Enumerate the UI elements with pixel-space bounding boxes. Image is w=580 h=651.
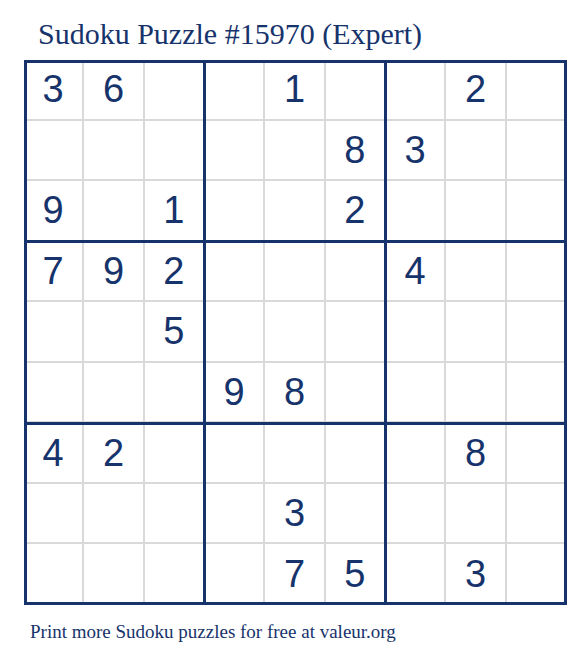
cell-r6c2 <box>84 363 144 424</box>
cell-r6c7 <box>386 363 446 424</box>
cell-r7c6 <box>326 423 386 484</box>
cell-r5c8 <box>446 302 506 363</box>
cell-r9c5: 7 <box>265 544 325 605</box>
cell-r2c2 <box>84 121 144 182</box>
cell-r5c1 <box>24 302 84 363</box>
cell-r3c6: 2 <box>326 181 386 242</box>
cell-r8c8 <box>446 484 506 545</box>
cell-r3c3: 1 <box>145 181 205 242</box>
cell-r7c8: 8 <box>446 423 506 484</box>
cell-r2c3 <box>145 121 205 182</box>
cell-r1c6 <box>326 60 386 121</box>
cell-r4c7: 4 <box>386 242 446 303</box>
cell-r7c9 <box>507 423 567 484</box>
cell-r9c6: 5 <box>326 544 386 605</box>
cell-r6c3 <box>145 363 205 424</box>
cell-r3c7 <box>386 181 446 242</box>
cell-r2c6: 8 <box>326 121 386 182</box>
cell-r1c9 <box>507 60 567 121</box>
cell-r3c4 <box>205 181 265 242</box>
cell-r6c5: 8 <box>265 363 325 424</box>
cell-r8c3 <box>145 484 205 545</box>
block-border-hline-0 <box>24 60 567 63</box>
cell-r9c2 <box>84 544 144 605</box>
cell-r4c2: 9 <box>84 242 144 303</box>
cell-r9c1 <box>24 544 84 605</box>
cell-r6c4: 9 <box>205 363 265 424</box>
block-border-hline-3 <box>24 602 567 605</box>
cell-r2c9 <box>507 121 567 182</box>
cell-r3c8 <box>446 181 506 242</box>
cell-r4c4 <box>205 242 265 303</box>
cell-r2c1 <box>24 121 84 182</box>
cell-r5c5 <box>265 302 325 363</box>
cell-r4c9 <box>507 242 567 303</box>
cell-r5c6 <box>326 302 386 363</box>
cell-r6c9 <box>507 363 567 424</box>
cell-r8c6 <box>326 484 386 545</box>
cell-r3c2 <box>84 181 144 242</box>
cell-r2c4 <box>205 121 265 182</box>
cell-r5c4 <box>205 302 265 363</box>
cell-r9c8: 3 <box>446 544 506 605</box>
footer-credit: Print more Sudoku puzzles for free at va… <box>30 620 396 643</box>
cell-r3c5 <box>265 181 325 242</box>
cell-r1c5: 1 <box>265 60 325 121</box>
cell-r6c6 <box>326 363 386 424</box>
sudoku-board: 36128391279245984283753 <box>24 60 567 605</box>
cell-r8c9 <box>507 484 567 545</box>
cell-r7c4 <box>205 423 265 484</box>
cell-r8c7 <box>386 484 446 545</box>
cell-r5c7 <box>386 302 446 363</box>
block-border-vline-1 <box>203 60 206 605</box>
cell-r9c4 <box>205 544 265 605</box>
cell-r8c2 <box>84 484 144 545</box>
cell-r4c1: 7 <box>24 242 84 303</box>
page-title: Sudoku Puzzle #15970 (Expert) <box>38 17 422 51</box>
cell-r3c1: 9 <box>24 181 84 242</box>
cell-r2c5 <box>265 121 325 182</box>
cell-r5c3: 5 <box>145 302 205 363</box>
cell-r2c8 <box>446 121 506 182</box>
cell-r7c5 <box>265 423 325 484</box>
cell-r8c1 <box>24 484 84 545</box>
cell-r1c4 <box>205 60 265 121</box>
cell-r9c3 <box>145 544 205 605</box>
cell-r7c3 <box>145 423 205 484</box>
cell-r8c5: 3 <box>265 484 325 545</box>
cell-r8c4 <box>205 484 265 545</box>
cell-r2c7: 3 <box>386 121 446 182</box>
cell-r4c6 <box>326 242 386 303</box>
cell-r6c1 <box>24 363 84 424</box>
cell-r1c3 <box>145 60 205 121</box>
cell-r4c5 <box>265 242 325 303</box>
block-border-hline-2 <box>24 422 567 425</box>
cell-r1c1: 3 <box>24 60 84 121</box>
cell-r4c8 <box>446 242 506 303</box>
cell-r1c2: 6 <box>84 60 144 121</box>
block-border-vline-0 <box>24 60 27 605</box>
cell-r7c1: 4 <box>24 423 84 484</box>
cell-r9c7 <box>386 544 446 605</box>
cell-r5c2 <box>84 302 144 363</box>
cell-r1c7 <box>386 60 446 121</box>
block-border-vline-3 <box>564 60 567 605</box>
cell-r7c7 <box>386 423 446 484</box>
cell-r9c9 <box>507 544 567 605</box>
cell-r5c9 <box>507 302 567 363</box>
cell-r3c9 <box>507 181 567 242</box>
cell-r7c2: 2 <box>84 423 144 484</box>
block-border-hline-1 <box>24 240 567 243</box>
cell-r6c8 <box>446 363 506 424</box>
cell-r1c8: 2 <box>446 60 506 121</box>
block-border-vline-2 <box>384 60 387 605</box>
cell-r4c3: 2 <box>145 242 205 303</box>
